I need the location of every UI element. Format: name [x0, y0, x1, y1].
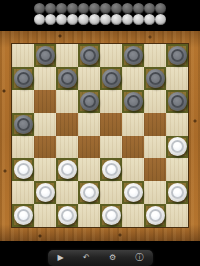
square-r6c1[interactable] — [12, 158, 34, 181]
info-icon: ⓘ — [135, 253, 143, 262]
tray-piece-light — [89, 14, 100, 25]
square-r5c1[interactable] — [12, 136, 34, 159]
checker-dark[interactable] — [168, 92, 187, 111]
square-r4c8[interactable] — [166, 113, 188, 136]
square-r1c1[interactable] — [12, 44, 34, 67]
checker-white[interactable] — [102, 206, 121, 225]
square-r2c7[interactable] — [144, 67, 166, 90]
square-r8c8[interactable] — [166, 204, 188, 227]
checker-dark[interactable] — [124, 92, 143, 111]
checker-dark[interactable] — [36, 46, 55, 65]
square-r2c3[interactable] — [56, 67, 78, 90]
square-r5c3[interactable] — [56, 136, 78, 159]
piece-tray — [0, 3, 200, 25]
square-r4c1[interactable] — [12, 113, 34, 136]
checker-white[interactable] — [124, 183, 143, 202]
tray-piece-dark — [78, 3, 89, 14]
square-r3c7[interactable] — [144, 90, 166, 113]
square-r1c3[interactable] — [56, 44, 78, 67]
square-r5c4[interactable] — [78, 136, 100, 159]
square-r4c6[interactable] — [122, 113, 144, 136]
checker-white[interactable] — [14, 160, 33, 179]
tray-piece-dark — [155, 3, 166, 14]
square-r6c7[interactable] — [144, 158, 166, 181]
square-r2c2[interactable] — [34, 67, 56, 90]
square-r6c8[interactable] — [166, 158, 188, 181]
tray-piece-dark — [45, 3, 56, 14]
checker-white[interactable] — [14, 206, 33, 225]
square-r3c3[interactable] — [56, 90, 78, 113]
square-r8c5[interactable] — [100, 204, 122, 227]
square-r1c2[interactable] — [34, 44, 56, 67]
checker-white[interactable] — [58, 160, 77, 179]
gear-icon: ⚙ — [109, 253, 116, 262]
tray-piece-light — [34, 14, 45, 25]
tray-piece-light — [56, 14, 67, 25]
square-r2c1[interactable] — [12, 67, 34, 90]
tray-piece-dark — [133, 3, 144, 14]
square-r3c1[interactable] — [12, 90, 34, 113]
square-r8c1[interactable] — [12, 204, 34, 227]
checker-white[interactable] — [80, 183, 99, 202]
tray-piece-light — [111, 14, 122, 25]
square-r3c2[interactable] — [34, 90, 56, 113]
play-button[interactable]: ▶ — [56, 254, 66, 262]
tray-piece-dark — [100, 3, 111, 14]
square-r4c3[interactable] — [56, 113, 78, 136]
tray-piece-light — [45, 14, 56, 25]
square-r5c8[interactable] — [166, 136, 188, 159]
checker-dark[interactable] — [14, 115, 33, 134]
square-r6c3[interactable] — [56, 158, 78, 181]
square-r1c7[interactable] — [144, 44, 166, 67]
checker-dark[interactable] — [58, 69, 77, 88]
square-r3c4[interactable] — [78, 90, 100, 113]
square-r8c2[interactable] — [34, 204, 56, 227]
square-r4c5[interactable] — [100, 113, 122, 136]
square-r7c5[interactable] — [100, 181, 122, 204]
square-r1c6[interactable] — [122, 44, 144, 67]
square-r5c7[interactable] — [144, 136, 166, 159]
tray-piece-dark — [34, 3, 45, 14]
square-r4c7[interactable] — [144, 113, 166, 136]
checkers-app-screen: ▶ ↶ ⚙ ⓘ — [0, 0, 200, 266]
info-button[interactable]: ⓘ — [133, 254, 145, 262]
checker-dark[interactable] — [80, 46, 99, 65]
checker-dark[interactable] — [102, 69, 121, 88]
square-r1c5[interactable] — [100, 44, 122, 67]
checker-white[interactable] — [168, 137, 187, 156]
tray-piece-dark — [111, 3, 122, 14]
square-r1c4[interactable] — [78, 44, 100, 67]
checker-dark[interactable] — [80, 92, 99, 111]
square-r7c2[interactable] — [34, 181, 56, 204]
tray-piece-dark — [89, 3, 100, 14]
tray-piece-dark — [56, 3, 67, 14]
board-frame — [0, 31, 200, 241]
square-r3c6[interactable] — [122, 90, 144, 113]
square-r7c1[interactable] — [12, 181, 34, 204]
square-r5c5[interactable] — [100, 136, 122, 159]
square-r6c2[interactable] — [34, 158, 56, 181]
tray-piece-dark — [144, 3, 155, 14]
tray-piece-light — [122, 14, 133, 25]
checker-dark[interactable] — [124, 46, 143, 65]
square-r8c6[interactable] — [122, 204, 144, 227]
tray-piece-light — [100, 14, 111, 25]
square-r6c6[interactable] — [122, 158, 144, 181]
square-r3c5[interactable] — [100, 90, 122, 113]
square-r7c6[interactable] — [122, 181, 144, 204]
checker-white[interactable] — [146, 206, 165, 225]
tray-piece-light — [67, 14, 78, 25]
square-r2c5[interactable] — [100, 67, 122, 90]
square-r2c8[interactable] — [166, 67, 188, 90]
square-r5c2[interactable] — [34, 136, 56, 159]
tray-row-light — [34, 14, 166, 25]
settings-button[interactable]: ⚙ — [107, 254, 118, 262]
square-r3c8[interactable] — [166, 90, 188, 113]
square-r4c4[interactable] — [78, 113, 100, 136]
tray-piece-light — [133, 14, 144, 25]
square-r6c5[interactable] — [100, 158, 122, 181]
checkers-board[interactable] — [11, 43, 189, 228]
tray-piece-light — [78, 14, 89, 25]
tray-piece-light — [144, 14, 155, 25]
undo-button[interactable]: ↶ — [81, 254, 92, 262]
square-r2c4[interactable] — [78, 67, 100, 90]
tray-piece-dark — [122, 3, 133, 14]
checker-dark[interactable] — [146, 69, 165, 88]
checker-white[interactable] — [168, 183, 187, 202]
square-r8c3[interactable] — [56, 204, 78, 227]
square-r1c8[interactable] — [166, 44, 188, 67]
square-r7c8[interactable] — [166, 181, 188, 204]
square-r8c4[interactable] — [78, 204, 100, 227]
play-icon: ▶ — [58, 253, 64, 262]
square-r4c2[interactable] — [34, 113, 56, 136]
square-r6c4[interactable] — [78, 158, 100, 181]
square-r2c6[interactable] — [122, 67, 144, 90]
tray-piece-dark — [67, 3, 78, 14]
square-r7c3[interactable] — [56, 181, 78, 204]
checker-white[interactable] — [36, 183, 55, 202]
checker-white[interactable] — [58, 206, 77, 225]
checker-white[interactable] — [102, 160, 121, 179]
checker-dark[interactable] — [168, 46, 187, 65]
tray-row-dark — [34, 3, 166, 14]
square-r5c6[interactable] — [122, 136, 144, 159]
bottom-toolbar: ▶ ↶ ⚙ ⓘ — [48, 250, 153, 266]
undo-icon: ↶ — [83, 253, 90, 262]
square-r7c7[interactable] — [144, 181, 166, 204]
square-r8c7[interactable] — [144, 204, 166, 227]
checker-dark[interactable] — [14, 69, 33, 88]
square-r7c4[interactable] — [78, 181, 100, 204]
tray-piece-light — [155, 14, 166, 25]
